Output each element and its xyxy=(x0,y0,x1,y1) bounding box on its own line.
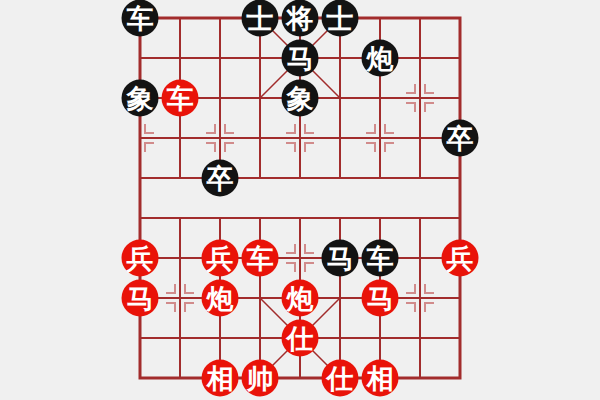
red-chariot[interactable]: 车 xyxy=(242,240,279,277)
red-general[interactable]: 帅 xyxy=(242,360,279,397)
black-advisor[interactable]: 士 xyxy=(322,0,359,37)
red-advisor[interactable]: 仕 xyxy=(322,360,359,397)
black-horse[interactable]: 马 xyxy=(322,240,359,277)
black-chariot[interactable]: 车 xyxy=(122,0,159,37)
black-horse[interactable]: 马 xyxy=(282,40,319,77)
red-advisor[interactable]: 仕 xyxy=(282,320,319,357)
black-chariot[interactable]: 车 xyxy=(362,240,399,277)
xiangqi-board: 车士将士马炮象车象卒卒兵兵车马车兵马炮炮马仕相帅仕相 xyxy=(0,0,600,400)
red-soldier[interactable]: 兵 xyxy=(122,240,159,277)
red-soldier[interactable]: 兵 xyxy=(202,240,239,277)
black-advisor[interactable]: 士 xyxy=(242,0,279,37)
red-horse[interactable]: 马 xyxy=(122,280,159,317)
red-cannon[interactable]: 炮 xyxy=(282,280,319,317)
piece-layer: 车士将士马炮象车象卒卒兵兵车马车兵马炮炮马仕相帅仕相 xyxy=(0,0,600,400)
red-elephant[interactable]: 相 xyxy=(362,360,399,397)
xiangqi-app: 车士将士马炮象车象卒卒兵兵车马车兵马炮炮马仕相帅仕相 xyxy=(0,0,600,400)
black-soldier[interactable]: 卒 xyxy=(202,160,239,197)
black-cannon[interactable]: 炮 xyxy=(362,40,399,77)
red-horse[interactable]: 马 xyxy=(362,280,399,317)
black-general[interactable]: 将 xyxy=(282,0,319,37)
black-soldier[interactable]: 卒 xyxy=(442,120,479,157)
red-cannon[interactable]: 炮 xyxy=(202,280,239,317)
red-soldier[interactable]: 兵 xyxy=(442,240,479,277)
red-chariot[interactable]: 车 xyxy=(162,80,199,117)
black-elephant[interactable]: 象 xyxy=(122,80,159,117)
black-elephant[interactable]: 象 xyxy=(282,80,319,117)
red-elephant[interactable]: 相 xyxy=(202,360,239,397)
